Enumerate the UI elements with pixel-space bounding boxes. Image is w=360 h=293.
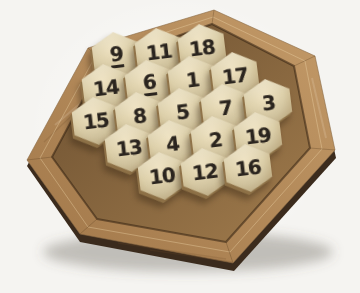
tile-number: 10 <box>148 165 176 188</box>
tile-16[interactable]: 16 <box>222 141 274 194</box>
tile-number: 12 <box>191 161 219 184</box>
tile-number: 16 <box>234 156 262 179</box>
tile-face: 16 <box>222 141 274 194</box>
photo-background: 91118146117158573134219101216 <box>0 0 360 293</box>
